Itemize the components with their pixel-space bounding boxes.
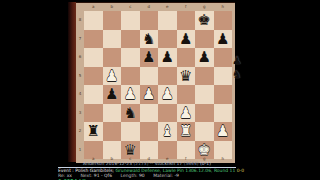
square-f8[interactable] xyxy=(177,11,196,30)
square-c6[interactable] xyxy=(121,48,140,67)
black-king-piece[interactable]: ♚ xyxy=(195,11,214,30)
square-c2[interactable] xyxy=(121,122,140,141)
game-caption: Anderson 2016-12-23 (2173) -- Stockfish … xyxy=(58,162,236,180)
black-queen-piece[interactable]: ♛ xyxy=(177,67,196,86)
file-labels-top: abcdefgh xyxy=(84,4,232,11)
black-knight-piece[interactable]: ♞ xyxy=(140,30,159,49)
square-g8[interactable]: ♚ xyxy=(195,11,214,30)
square-d5[interactable] xyxy=(140,67,159,86)
file-label: g xyxy=(195,4,214,11)
square-f6[interactable] xyxy=(177,48,196,67)
rank-label: 2 xyxy=(76,122,84,141)
rank-label: 5 xyxy=(76,67,84,86)
board-edge-shadow xyxy=(68,2,76,162)
square-e5[interactable] xyxy=(158,67,177,86)
square-b7[interactable] xyxy=(103,30,122,49)
chess-board-frame: abcdefgh 87654321 ♚♞♟♟♟♟♟♟♛♟♟♟♟♞♟♜♝♜♟♛♚ … xyxy=(76,2,235,163)
square-e8[interactable] xyxy=(158,11,177,30)
black-knight-icon: ♞ xyxy=(232,69,246,81)
players-header: Anderson 2016-12-23 (2173) -- Stockfish … xyxy=(58,162,236,166)
players-separator: -- xyxy=(150,161,153,166)
status-material: Material: -9 xyxy=(153,173,179,178)
white-pawn-piece[interactable]: ♟ xyxy=(177,104,196,123)
square-a6[interactable] xyxy=(84,48,103,67)
square-h5[interactable] xyxy=(214,67,233,86)
square-a8[interactable] xyxy=(84,11,103,30)
file-label: h xyxy=(214,4,233,11)
square-g3[interactable] xyxy=(195,104,214,123)
square-h2[interactable]: ♟ xyxy=(214,122,233,141)
event-result: 0-0 xyxy=(237,168,244,173)
black-pawn-piece[interactable]: ♟ xyxy=(140,48,159,67)
rank-label: 4 xyxy=(76,85,84,104)
black-pawn-piece[interactable]: ♟ xyxy=(214,30,233,49)
square-e2[interactable]: ♝ xyxy=(158,122,177,141)
square-g4[interactable] xyxy=(195,85,214,104)
rank-label: 3 xyxy=(76,104,84,123)
square-h4[interactable] xyxy=(214,85,233,104)
square-a5[interactable] xyxy=(84,67,103,86)
square-h3[interactable] xyxy=(214,104,233,123)
square-g7[interactable] xyxy=(195,30,214,49)
white-pawn-piece[interactable]: ♟ xyxy=(140,85,159,104)
status-length: Length: 90 xyxy=(121,173,145,178)
square-b4[interactable]: ♟ xyxy=(103,85,122,104)
square-h6[interactable] xyxy=(214,48,233,67)
white-bishop-piece[interactable]: ♝ xyxy=(158,122,177,141)
square-h7[interactable]: ♟ xyxy=(214,30,233,49)
black-knight-piece[interactable]: ♞ xyxy=(121,104,140,123)
file-label: f xyxy=(177,4,196,11)
square-c8[interactable] xyxy=(121,11,140,30)
square-f3[interactable]: ♟ xyxy=(177,104,196,123)
square-a3[interactable] xyxy=(84,104,103,123)
square-g6[interactable]: ♟ xyxy=(195,48,214,67)
square-d2[interactable] xyxy=(140,122,159,141)
game-result: (0-1) xyxy=(200,161,211,166)
engine-eval: 0.0024 Lih xyxy=(58,179,236,180)
rank-label: 7 xyxy=(76,30,84,49)
board-squares[interactable]: ♚♞♟♟♟♟♟♟♛♟♟♟♟♞♟♜♝♜♟♛♚ xyxy=(84,11,232,159)
square-e6[interactable]: ♟ xyxy=(158,48,177,67)
square-f4[interactable] xyxy=(177,85,196,104)
file-label: e xyxy=(158,4,177,11)
black-pawn-piece[interactable]: ♟ xyxy=(177,30,196,49)
square-g5[interactable] xyxy=(195,67,214,86)
status-next-move: Next: 91 - Qf6 xyxy=(80,173,112,178)
square-h8[interactable] xyxy=(214,11,233,30)
square-f7[interactable]: ♟ xyxy=(177,30,196,49)
square-d7[interactable]: ♞ xyxy=(140,30,159,49)
square-c4[interactable]: ♟ xyxy=(121,85,140,104)
square-d4[interactable]: ♟ xyxy=(140,85,159,104)
square-d8[interactable] xyxy=(140,11,159,30)
white-pawn-piece[interactable]: ♟ xyxy=(158,85,177,104)
black-player-name: Stockfish 17 xyxy=(155,161,183,166)
white-pawn-piece[interactable]: ♟ xyxy=(214,122,233,141)
square-b5[interactable]: ♟ xyxy=(103,67,122,86)
rank-label: 1 xyxy=(76,141,84,160)
status-re: Re: xx xyxy=(58,173,72,178)
square-g2[interactable] xyxy=(195,122,214,141)
square-b3[interactable] xyxy=(103,104,122,123)
square-c3[interactable]: ♞ xyxy=(121,104,140,123)
square-a4[interactable] xyxy=(84,85,103,104)
square-c5[interactable] xyxy=(121,67,140,86)
black-rook-piece[interactable]: ♜ xyxy=(84,122,103,141)
rank-label: 8 xyxy=(76,11,84,30)
square-a2[interactable]: ♜ xyxy=(84,122,103,141)
black-pawn-piece[interactable]: ♟ xyxy=(195,48,214,67)
square-a7[interactable] xyxy=(84,30,103,49)
white-pawn-piece[interactable]: ♟ xyxy=(121,85,140,104)
square-b2[interactable] xyxy=(103,122,122,141)
square-b6[interactable] xyxy=(103,48,122,67)
black-player-rating: (3644) xyxy=(184,161,199,166)
file-label: d xyxy=(140,4,159,11)
file-label: a xyxy=(84,4,103,11)
square-b8[interactable] xyxy=(103,11,122,30)
rank-label: 6 xyxy=(76,48,84,67)
rank-labels-left: 87654321 xyxy=(76,11,84,159)
black-pawn-icon: ♟ xyxy=(232,55,246,67)
clipped-right-panel: ♟ ♞ xyxy=(232,55,246,81)
file-label: c xyxy=(121,4,140,11)
white-player-name: Anderson 2016-12-23 xyxy=(83,161,132,166)
file-label: b xyxy=(103,4,122,11)
square-d3[interactable] xyxy=(140,104,159,123)
black-pawn-piece[interactable]: ♟ xyxy=(158,48,177,67)
video-frame: abcdefgh 87654321 ♚♞♟♟♟♟♟♟♛♟♟♟♟♞♟♜♝♜♟♛♚ … xyxy=(0,0,320,180)
white-player-rating: (2173) xyxy=(133,161,148,166)
square-c7[interactable] xyxy=(121,30,140,49)
square-e7[interactable] xyxy=(158,30,177,49)
square-f5[interactable]: ♛ xyxy=(177,67,196,86)
square-e4[interactable]: ♟ xyxy=(158,85,177,104)
white-rook-piece[interactable]: ♜ xyxy=(177,122,196,141)
square-d6[interactable]: ♟ xyxy=(140,48,159,67)
square-e3[interactable] xyxy=(158,104,177,123)
white-pawn-piece[interactable]: ♟ xyxy=(103,67,122,86)
square-f2[interactable]: ♜ xyxy=(177,122,196,141)
black-pawn-piece[interactable]: ♟ xyxy=(103,85,122,104)
